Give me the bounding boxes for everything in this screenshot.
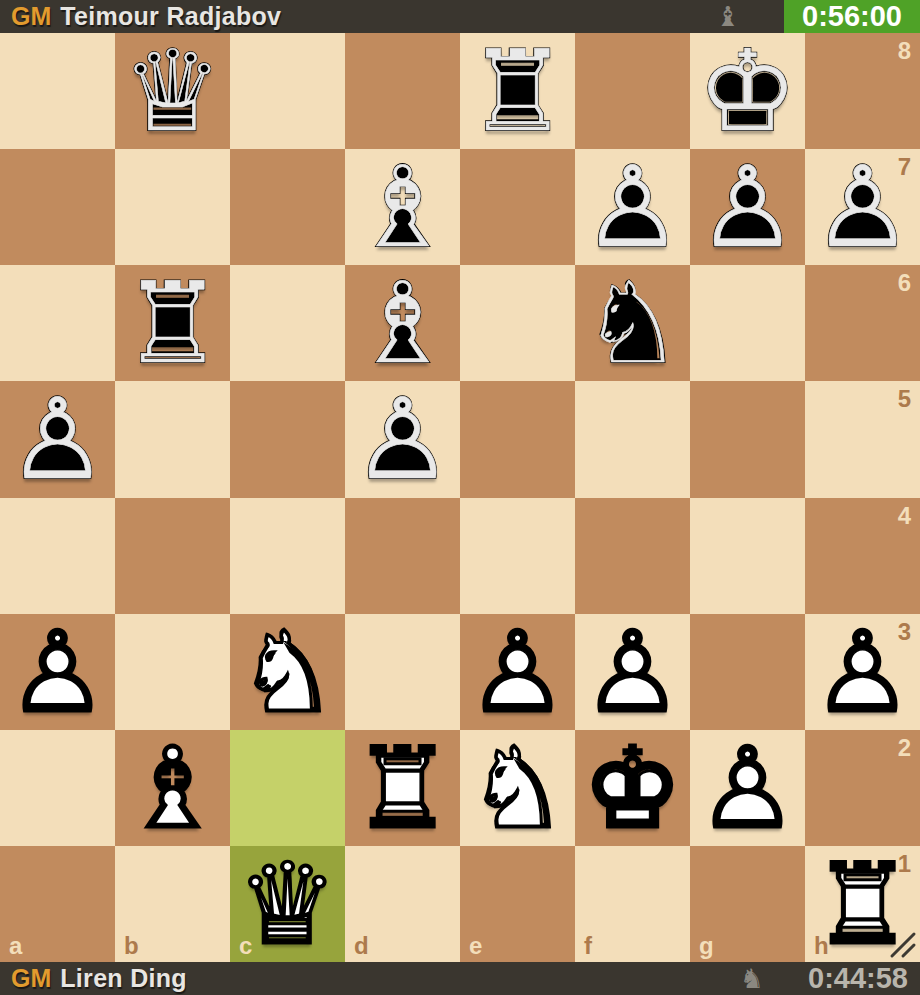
bishop-glyph-outline: ♗ — [345, 149, 460, 265]
rank-label-5: 5 — [898, 387, 911, 411]
square-b2[interactable]: ♝♗ — [115, 730, 230, 846]
square-g8[interactable]: ♚♔ — [690, 33, 805, 149]
square-e2[interactable]: ♞♘ — [460, 730, 575, 846]
pawn-glyph-outline: ♙ — [805, 614, 920, 730]
pawn-glyph-outline: ♙ — [690, 730, 805, 846]
square-d8[interactable] — [345, 33, 460, 149]
square-b1[interactable]: b — [115, 846, 230, 962]
piece-white-king[interactable]: ♚♔ — [575, 730, 690, 846]
king-glyph-outline: ♔ — [575, 730, 690, 846]
piece-black-pawn[interactable]: ♟♙ — [0, 381, 115, 497]
square-h5[interactable]: 5 — [805, 381, 920, 497]
square-a5[interactable]: ♟♙ — [0, 381, 115, 497]
square-h7[interactable]: 7♟♙ — [805, 149, 920, 265]
square-b4[interactable] — [115, 498, 230, 614]
square-d7[interactable]: ♝♗ — [345, 149, 460, 265]
rank-label-4: 4 — [898, 504, 911, 528]
square-e8[interactable]: ♜♖ — [460, 33, 575, 149]
square-c4[interactable] — [230, 498, 345, 614]
piece-black-knight[interactable]: ♞♘ — [575, 265, 690, 381]
piece-black-pawn[interactable]: ♟♙ — [575, 149, 690, 265]
square-g1[interactable]: g — [690, 846, 805, 962]
square-f1[interactable]: f — [575, 846, 690, 962]
piece-black-queen[interactable]: ♛♕ — [115, 33, 230, 149]
square-e1[interactable]: e — [460, 846, 575, 962]
file-label-d: d — [354, 934, 369, 958]
square-d5[interactable]: ♟♙ — [345, 381, 460, 497]
square-g4[interactable] — [690, 498, 805, 614]
player-name-bottom: Liren Ding — [60, 964, 187, 993]
square-h1[interactable]: 1h♜♖ — [805, 846, 920, 962]
square-f2[interactable]: ♚♔ — [575, 730, 690, 846]
bishop-glyph-outline: ♗ — [115, 730, 230, 846]
square-b6[interactable]: ♜♖ — [115, 265, 230, 381]
square-c2[interactable] — [230, 730, 345, 846]
square-e6[interactable] — [460, 265, 575, 381]
square-b3[interactable] — [115, 614, 230, 730]
pawn-glyph-outline: ♙ — [345, 381, 460, 497]
piece-black-rook[interactable]: ♜♖ — [115, 265, 230, 381]
square-c1[interactable]: c♛♕ — [230, 846, 345, 962]
king-glyph-outline: ♔ — [690, 33, 805, 149]
square-a8[interactable] — [0, 33, 115, 149]
square-a1[interactable]: a — [0, 846, 115, 962]
chess-app: GM Teimour Radjabov ♝ 0:56:00 ♛♕♜♖♚♔8♝♗♟… — [0, 0, 920, 995]
square-d3[interactable] — [345, 614, 460, 730]
queen-glyph-outline: ♕ — [230, 846, 345, 962]
piece-black-rook[interactable]: ♜♖ — [460, 33, 575, 149]
piece-black-bishop[interactable]: ♝♗ — [345, 149, 460, 265]
knight-glyph-outline: ♘ — [575, 265, 690, 381]
player-title-bottom: GM — [11, 964, 51, 993]
rank-label-6: 6 — [898, 271, 911, 295]
square-h2[interactable]: 2 — [805, 730, 920, 846]
pawn-glyph-outline: ♙ — [0, 381, 115, 497]
piece-black-pawn[interactable]: ♟♙ — [690, 149, 805, 265]
file-label-a: a — [9, 934, 22, 958]
square-f6[interactable]: ♞♘ — [575, 265, 690, 381]
square-a2[interactable] — [0, 730, 115, 846]
square-f8[interactable] — [575, 33, 690, 149]
square-f5[interactable] — [575, 381, 690, 497]
square-e7[interactable] — [460, 149, 575, 265]
pawn-glyph-outline: ♙ — [575, 149, 690, 265]
piece-white-knight[interactable]: ♞♘ — [230, 614, 345, 730]
pawn-glyph-outline: ♙ — [460, 614, 575, 730]
pawn-glyph-outline: ♙ — [575, 614, 690, 730]
piece-white-pawn[interactable]: ♟♙ — [805, 614, 920, 730]
clock-top: 0:56:00 — [784, 0, 920, 33]
square-f3[interactable]: ♟♙ — [575, 614, 690, 730]
rank-label-8: 8 — [898, 39, 911, 63]
square-e3[interactable]: ♟♙ — [460, 614, 575, 730]
pawn-glyph-outline: ♙ — [0, 614, 115, 730]
square-g2[interactable]: ♟♙ — [690, 730, 805, 846]
square-a6[interactable] — [0, 265, 115, 381]
square-c5[interactable] — [230, 381, 345, 497]
square-h8[interactable]: 8 — [805, 33, 920, 149]
piece-white-rook[interactable]: ♜♖ — [345, 730, 460, 846]
square-c3[interactable]: ♞♘ — [230, 614, 345, 730]
square-b7[interactable] — [115, 149, 230, 265]
square-c6[interactable] — [230, 265, 345, 381]
pawn-glyph-outline: ♙ — [690, 149, 805, 265]
square-f4[interactable] — [575, 498, 690, 614]
square-e4[interactable] — [460, 498, 575, 614]
square-h6[interactable]: 6 — [805, 265, 920, 381]
rank-label-2: 2 — [898, 736, 911, 760]
square-g5[interactable] — [690, 381, 805, 497]
square-g6[interactable] — [690, 265, 805, 381]
knight-icon: ♞ — [740, 962, 764, 995]
piece-white-pawn[interactable]: ♟♙ — [575, 614, 690, 730]
square-g3[interactable] — [690, 614, 805, 730]
square-a7[interactable] — [0, 149, 115, 265]
piece-white-knight[interactable]: ♞♘ — [460, 730, 575, 846]
square-b8[interactable]: ♛♕ — [115, 33, 230, 149]
square-a4[interactable] — [0, 498, 115, 614]
piece-white-bishop[interactable]: ♝♗ — [115, 730, 230, 846]
player-title-top: GM — [11, 2, 51, 31]
knight-glyph-outline: ♘ — [460, 730, 575, 846]
knight-glyph-outline: ♘ — [230, 614, 345, 730]
piece-black-pawn[interactable]: ♟♙ — [805, 149, 920, 265]
queen-glyph-outline: ♕ — [115, 33, 230, 149]
square-c8[interactable] — [230, 33, 345, 149]
player-bar-bottom: GM Liren Ding ♞ 0:44:58 — [0, 962, 920, 995]
piece-black-king[interactable]: ♚♔ — [690, 33, 805, 149]
pawn-glyph-outline: ♙ — [805, 149, 920, 265]
rook-glyph-outline: ♖ — [460, 33, 575, 149]
bishop-glyph-outline: ♗ — [345, 265, 460, 381]
board-resize-handle[interactable] — [889, 931, 917, 959]
square-d2[interactable]: ♜♖ — [345, 730, 460, 846]
square-c7[interactable] — [230, 149, 345, 265]
piece-white-pawn[interactable]: ♟♙ — [690, 730, 805, 846]
chess-board: ♛♕♜♖♚♔8♝♗♟♙♟♙7♟♙♜♖♝♗♞♘6♟♙♟♙54♟♙♞♘♟♙♟♙3♟♙… — [0, 33, 920, 962]
square-h4[interactable]: 4 — [805, 498, 920, 614]
square-e5[interactable] — [460, 381, 575, 497]
square-d6[interactable]: ♝♗ — [345, 265, 460, 381]
rook-glyph-outline: ♖ — [115, 265, 230, 381]
piece-white-pawn[interactable]: ♟♙ — [0, 614, 115, 730]
square-f7[interactable]: ♟♙ — [575, 149, 690, 265]
piece-black-bishop[interactable]: ♝♗ — [345, 265, 460, 381]
square-d4[interactable] — [345, 498, 460, 614]
file-label-g: g — [699, 934, 714, 958]
square-g7[interactable]: ♟♙ — [690, 149, 805, 265]
piece-white-queen[interactable]: ♛♕ — [230, 846, 345, 962]
square-a3[interactable]: ♟♙ — [0, 614, 115, 730]
file-label-e: e — [469, 934, 482, 958]
file-label-f: f — [584, 934, 592, 958]
square-d1[interactable]: d — [345, 846, 460, 962]
piece-black-pawn[interactable]: ♟♙ — [345, 381, 460, 497]
square-h3[interactable]: 3♟♙ — [805, 614, 920, 730]
file-label-b: b — [124, 934, 139, 958]
square-b5[interactable] — [115, 381, 230, 497]
piece-white-pawn[interactable]: ♟♙ — [460, 614, 575, 730]
rook-glyph-outline: ♖ — [345, 730, 460, 846]
